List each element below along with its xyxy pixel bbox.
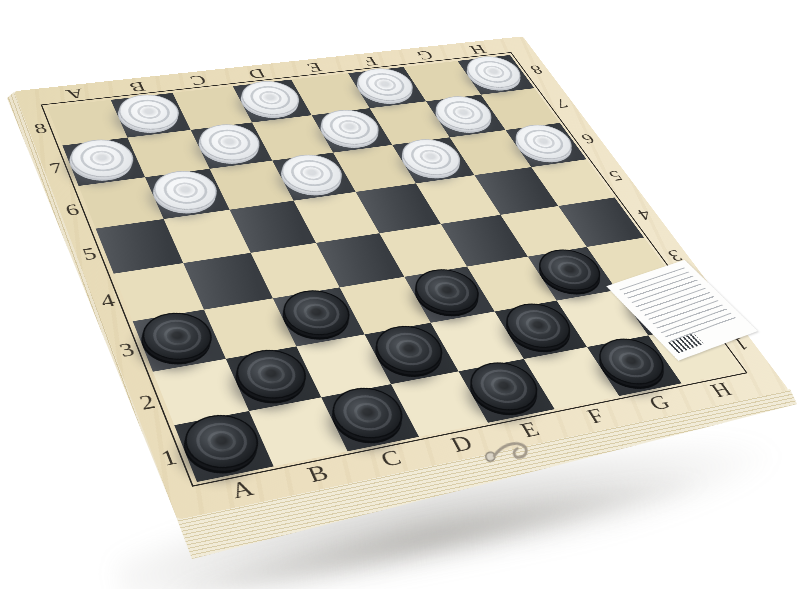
photo-scene: 88AA77BB66CC55DD44EE33FF22GG11HH bbox=[0, 0, 800, 589]
latch-hook-icon bbox=[493, 441, 528, 461]
